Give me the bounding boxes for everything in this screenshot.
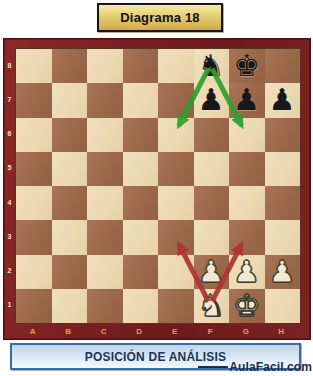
white-pawn[interactable]: ♟ — [194, 255, 230, 289]
square-h8[interactable] — [265, 49, 301, 83]
square-d4[interactable] — [123, 186, 159, 220]
square-h2[interactable]: ♟ — [265, 255, 301, 289]
square-e4[interactable] — [158, 186, 194, 220]
square-b5[interactable] — [52, 152, 88, 186]
square-b6[interactable] — [52, 118, 88, 152]
white-pawn[interactable]: ♟ — [229, 255, 265, 289]
file-label-f: F — [193, 323, 229, 340]
square-f5[interactable] — [194, 152, 230, 186]
black-pawn[interactable]: ♟ — [229, 83, 265, 117]
square-d1[interactable] — [123, 289, 159, 323]
white-pawn[interactable]: ♟ — [265, 255, 301, 289]
square-a6[interactable] — [16, 118, 52, 152]
file-label-h: H — [264, 323, 300, 340]
square-f6[interactable] — [194, 118, 230, 152]
square-b7[interactable] — [52, 83, 88, 117]
square-g1[interactable]: ♚ — [229, 289, 265, 323]
white-king[interactable]: ♚ — [229, 289, 265, 323]
watermark: AulaFacil.com — [198, 359, 312, 375]
square-h5[interactable] — [265, 152, 301, 186]
square-c3[interactable] — [87, 220, 123, 254]
square-d3[interactable] — [123, 220, 159, 254]
rank-label-8: 8 — [4, 48, 15, 82]
square-g7[interactable]: ♟ — [229, 83, 265, 117]
square-e7[interactable] — [158, 83, 194, 117]
diagram-title-plaque: Diagrama 18 — [97, 3, 223, 32]
square-e8[interactable] — [158, 49, 194, 83]
square-a3[interactable] — [16, 220, 52, 254]
square-e1[interactable] — [158, 289, 194, 323]
chess-board: ♞♚♟♟♟♟♟♟♞♚ — [15, 48, 301, 324]
rank-label-4: 4 — [4, 185, 15, 219]
rank-label-5: 5 — [4, 151, 15, 185]
square-d8[interactable] — [123, 49, 159, 83]
square-f3[interactable] — [194, 220, 230, 254]
watermark-label: AulaFacil.com — [229, 360, 312, 374]
square-c8[interactable] — [87, 49, 123, 83]
square-c7[interactable] — [87, 83, 123, 117]
file-label-c: C — [86, 323, 122, 340]
square-c1[interactable] — [87, 289, 123, 323]
square-g6[interactable] — [229, 118, 265, 152]
black-knight[interactable]: ♞ — [194, 49, 230, 83]
white-knight[interactable]: ♞ — [194, 289, 230, 323]
square-a4[interactable] — [16, 186, 52, 220]
black-king[interactable]: ♚ — [229, 49, 265, 83]
square-a2[interactable] — [16, 255, 52, 289]
square-f1[interactable]: ♞ — [194, 289, 230, 323]
square-g8[interactable]: ♚ — [229, 49, 265, 83]
square-b8[interactable] — [52, 49, 88, 83]
file-label-e: E — [157, 323, 193, 340]
square-e3[interactable] — [158, 220, 194, 254]
black-pawn[interactable]: ♟ — [194, 83, 230, 117]
chess-board-frame: ♞♚♟♟♟♟♟♟♞♚ 87654321 ABCDEFGH — [3, 38, 311, 340]
square-a5[interactable] — [16, 152, 52, 186]
square-d2[interactable] — [123, 255, 159, 289]
file-label-d: D — [122, 323, 158, 340]
square-d5[interactable] — [123, 152, 159, 186]
square-b1[interactable] — [52, 289, 88, 323]
square-g5[interactable] — [229, 152, 265, 186]
rank-label-1: 1 — [4, 288, 15, 322]
square-d7[interactable] — [123, 83, 159, 117]
square-h6[interactable] — [265, 118, 301, 152]
square-h3[interactable] — [265, 220, 301, 254]
square-f2[interactable]: ♟ — [194, 255, 230, 289]
square-h7[interactable]: ♟ — [265, 83, 301, 117]
square-f7[interactable]: ♟ — [194, 83, 230, 117]
square-a7[interactable] — [16, 83, 52, 117]
square-c2[interactable] — [87, 255, 123, 289]
square-g3[interactable] — [229, 220, 265, 254]
square-e6[interactable] — [158, 118, 194, 152]
square-d6[interactable] — [123, 118, 159, 152]
square-h1[interactable] — [265, 289, 301, 323]
square-f8[interactable]: ♞ — [194, 49, 230, 83]
file-label-b: B — [51, 323, 87, 340]
square-c6[interactable] — [87, 118, 123, 152]
square-b2[interactable] — [52, 255, 88, 289]
rank-label-7: 7 — [4, 82, 15, 116]
square-b4[interactable] — [52, 186, 88, 220]
square-c4[interactable] — [87, 186, 123, 220]
square-e5[interactable] — [158, 152, 194, 186]
square-g2[interactable]: ♟ — [229, 255, 265, 289]
square-a1[interactable] — [16, 289, 52, 323]
square-e2[interactable] — [158, 255, 194, 289]
black-pawn[interactable]: ♟ — [265, 83, 301, 117]
diagram-title: Diagrama 18 — [120, 10, 200, 25]
square-c5[interactable] — [87, 152, 123, 186]
rank-label-3: 3 — [4, 219, 15, 253]
watermark-underline — [198, 366, 228, 368]
rank-label-6: 6 — [4, 117, 15, 151]
rank-label-2: 2 — [4, 254, 15, 288]
square-a8[interactable] — [16, 49, 52, 83]
file-label-a: A — [15, 323, 51, 340]
diagram-page: Diagrama 18 ♞♚♟♟♟♟♟♟♞♚ 87654321 ABCDEFGH… — [0, 0, 313, 376]
square-g4[interactable] — [229, 186, 265, 220]
square-f4[interactable] — [194, 186, 230, 220]
square-b3[interactable] — [52, 220, 88, 254]
file-label-g: G — [228, 323, 264, 340]
square-h4[interactable] — [265, 186, 301, 220]
